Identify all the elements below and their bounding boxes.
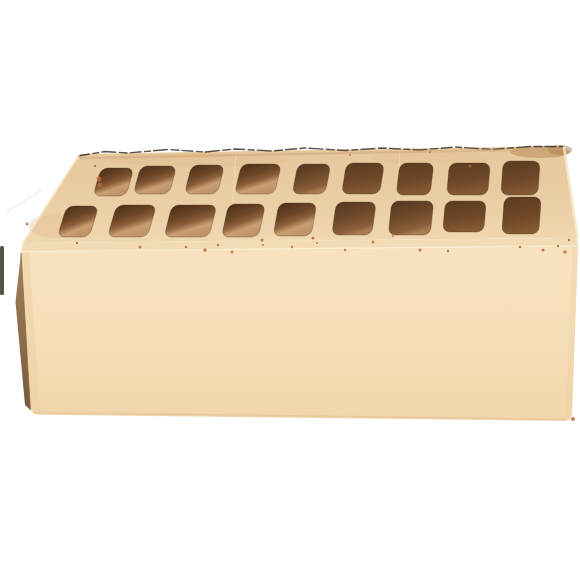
rust-speckle — [563, 250, 567, 254]
rust-speckle — [97, 177, 102, 182]
perforation — [502, 197, 542, 234]
perforation — [221, 204, 265, 237]
rust-speckle — [291, 246, 293, 248]
rust-speckle — [98, 183, 102, 187]
perforation — [164, 205, 217, 237]
rust-speckle — [542, 249, 545, 252]
rust-speckle — [349, 154, 351, 156]
left-edge-streak — [0, 246, 4, 295]
rust-speckle — [217, 244, 219, 246]
rust-speckle — [316, 242, 318, 244]
perforation — [443, 201, 487, 232]
rust-speckle — [372, 241, 375, 244]
rust-speckle — [261, 239, 264, 242]
perforation — [396, 163, 434, 195]
perforation — [133, 166, 177, 194]
rust-speckle — [231, 251, 234, 254]
rust-speckle — [76, 242, 78, 244]
rust-speckle — [447, 250, 449, 252]
rust-speckle — [139, 246, 142, 249]
perforation — [501, 161, 540, 195]
rust-speckle — [94, 165, 96, 167]
perforation — [332, 202, 377, 235]
rust-speckle — [519, 246, 522, 249]
perforation — [235, 164, 282, 194]
rust-speckle — [344, 249, 346, 251]
perforation — [273, 203, 317, 236]
perforation — [342, 163, 385, 194]
rust-speckle — [469, 165, 472, 168]
rust-speckle — [312, 237, 315, 240]
rust-speckle — [429, 151, 431, 153]
rust-speckle — [185, 246, 188, 249]
perforation — [292, 164, 331, 194]
brick-front-face — [21, 247, 578, 421]
rust-speckle — [557, 245, 559, 247]
rust-speckle — [203, 248, 207, 252]
rust-speckle — [262, 244, 264, 246]
rust-speckle — [568, 239, 571, 242]
rust-speckle — [571, 417, 575, 421]
rust-speckle — [26, 223, 29, 226]
perforation — [388, 201, 434, 235]
perforation — [447, 163, 491, 195]
rust-speckle — [392, 235, 394, 237]
rust-speckle — [419, 249, 422, 252]
brick-illustration — [0, 0, 580, 580]
brick-photo — [0, 0, 580, 580]
